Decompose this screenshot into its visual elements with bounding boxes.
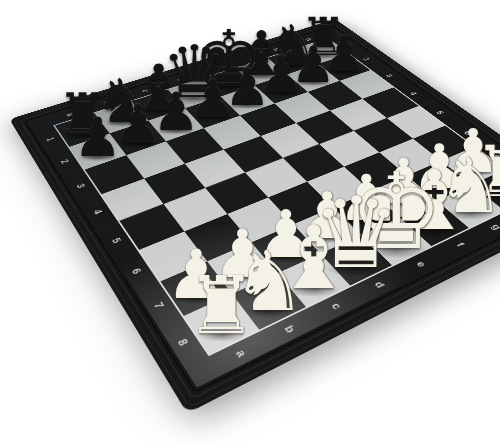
rank-label-4: 4 (92, 208, 105, 215)
rank-label-2: 2 (59, 158, 71, 164)
rank-label-right-4: 4 (409, 91, 419, 96)
product-photo-stage: abcdefgh 12345678 12345678 abcdefgh ♜♞♝♛… (0, 0, 500, 446)
piece-white-rook[interactable]: ♜ (186, 267, 257, 346)
rank-label-1: 1 (45, 136, 56, 142)
piece-black-pawn[interactable]: ♟ (74, 112, 122, 166)
rank-label-6: 6 (130, 267, 144, 276)
rank-label-7: 7 (152, 300, 166, 310)
rank-label-right-5: 5 (435, 110, 446, 115)
rank-label-3: 3 (75, 182, 87, 189)
rank-label-right-3: 3 (384, 73, 394, 78)
rank-label-5: 5 (110, 236, 123, 244)
